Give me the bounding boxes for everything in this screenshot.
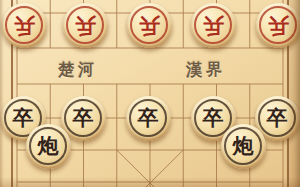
piece-character: 炮 <box>26 124 71 169</box>
piece-character: 兵 <box>256 3 301 48</box>
xiangqi-board[interactable]: 楚河 漢界 兵兵兵兵兵卒卒卒卒卒炮炮 <box>0 0 300 187</box>
piece-character: 兵 <box>63 3 108 48</box>
piece-character: 卒 <box>126 96 171 141</box>
piece-character: 兵 <box>127 3 172 48</box>
red-soldier-piece[interactable]: 兵 <box>127 3 172 48</box>
red-soldier-piece[interactable]: 兵 <box>256 3 301 48</box>
black-cannon-piece[interactable]: 炮 <box>26 124 71 169</box>
red-soldier-piece[interactable]: 兵 <box>191 3 236 48</box>
river-label-han: 漢界 <box>182 60 226 81</box>
piece-character: 炮 <box>221 124 266 169</box>
red-soldier-piece[interactable]: 兵 <box>2 3 47 48</box>
piece-character: 兵 <box>2 3 47 48</box>
black-soldier-piece[interactable]: 卒 <box>126 96 171 141</box>
river-label-chu: 楚河 <box>54 60 98 81</box>
black-cannon-piece[interactable]: 炮 <box>221 124 266 169</box>
piece-character: 兵 <box>191 3 236 48</box>
red-soldier-piece[interactable]: 兵 <box>63 3 108 48</box>
